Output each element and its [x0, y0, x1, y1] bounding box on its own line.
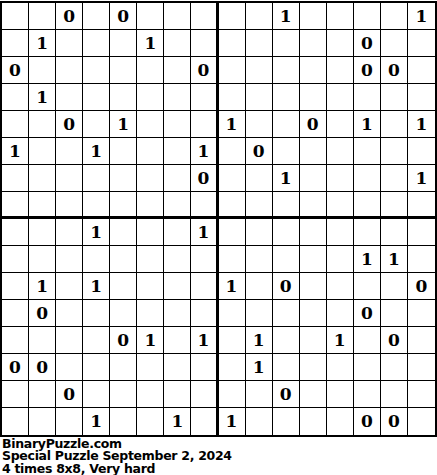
cell-r13c15: 0	[381, 327, 408, 354]
cell-r1c8[interactable]	[191, 3, 218, 30]
cell-r13c9[interactable]	[219, 327, 246, 354]
cell-r12c8[interactable]	[191, 300, 218, 327]
cell-r10c10[interactable]	[246, 246, 273, 273]
cell-r7c5[interactable]	[110, 165, 137, 192]
cell-r14c5[interactable]	[110, 354, 137, 381]
cell-r16c11[interactable]	[273, 408, 300, 435]
cell-r4c9[interactable]	[219, 84, 246, 111]
cell-r15c11: 0	[273, 381, 300, 408]
cell-r4c4[interactable]	[83, 84, 110, 111]
cell-r15c8[interactable]	[191, 381, 218, 408]
cell-r10c7[interactable]	[164, 246, 191, 273]
cell-r9c2[interactable]	[29, 219, 56, 246]
cell-r9c13[interactable]	[327, 219, 354, 246]
cell-r12c6[interactable]	[137, 300, 164, 327]
cell-r3c9[interactable]	[219, 57, 246, 84]
cell-r12c9[interactable]	[219, 300, 246, 327]
cell-r11c9: 1	[219, 273, 246, 300]
cell-r5c15[interactable]	[381, 111, 408, 138]
cell-r13c13: 1	[327, 327, 354, 354]
cell-r16c15: 0	[381, 408, 408, 435]
cell-r2c7[interactable]	[164, 30, 191, 57]
cell-r7c7[interactable]	[164, 165, 191, 192]
cell-r13c16[interactable]	[408, 327, 435, 354]
cell-r14c12[interactable]	[300, 354, 327, 381]
cell-r12c16[interactable]	[408, 300, 435, 327]
cell-r5c4[interactable]	[83, 111, 110, 138]
cell-r6c8: 1	[191, 138, 218, 165]
cell-r16c3[interactable]	[56, 408, 83, 435]
cell-r5c7[interactable]	[164, 111, 191, 138]
cell-r1c5: 0	[110, 3, 137, 30]
cell-r4c8[interactable]	[191, 84, 218, 111]
cell-r1c3: 0	[56, 3, 83, 30]
cell-r6c15[interactable]	[381, 138, 408, 165]
cell-r5c1[interactable]	[2, 111, 29, 138]
cell-r15c6[interactable]	[137, 381, 164, 408]
cell-r15c5[interactable]	[110, 381, 137, 408]
cell-r15c14[interactable]	[354, 381, 381, 408]
cell-r1c7[interactable]	[164, 3, 191, 30]
cell-r7c6[interactable]	[137, 165, 164, 192]
cell-r8c7[interactable]	[164, 192, 191, 219]
cell-r15c15[interactable]	[381, 381, 408, 408]
cell-r13c6: 1	[137, 327, 164, 354]
cell-r6c11[interactable]	[273, 138, 300, 165]
cell-r11c12[interactable]	[300, 273, 327, 300]
cell-r14c1: 0	[2, 354, 29, 381]
cell-r8c1[interactable]	[2, 192, 29, 219]
cell-r7c14[interactable]	[354, 165, 381, 192]
cell-r9c11[interactable]	[273, 219, 300, 246]
cell-r8c9[interactable]	[219, 192, 246, 219]
cell-r2c1[interactable]	[2, 30, 29, 57]
cell-r11c6[interactable]	[137, 273, 164, 300]
cell-r3c5[interactable]	[110, 57, 137, 84]
cell-r5c5: 1	[110, 111, 137, 138]
cell-r9c9[interactable]	[219, 219, 246, 246]
cell-r8c11[interactable]	[273, 192, 300, 219]
cell-r10c2[interactable]	[29, 246, 56, 273]
cell-r7c9[interactable]	[219, 165, 246, 192]
cell-r5c14: 1	[354, 111, 381, 138]
cell-r16c2[interactable]	[29, 408, 56, 435]
cell-r7c2[interactable]	[29, 165, 56, 192]
cell-r7c11: 1	[273, 165, 300, 192]
cell-r15c1[interactable]	[2, 381, 29, 408]
binary-puzzle-board: 0011110000010110111110011111111100000111…	[0, 1, 437, 437]
cell-r13c7[interactable]	[164, 327, 191, 354]
cell-r16c7: 1	[164, 408, 191, 435]
cell-r3c2[interactable]	[29, 57, 56, 84]
cell-r2c4[interactable]	[83, 30, 110, 57]
cell-r14c3[interactable]	[56, 354, 83, 381]
cell-r6c3[interactable]	[56, 138, 83, 165]
cell-r2c16[interactable]	[408, 30, 435, 57]
cell-r8c3[interactable]	[56, 192, 83, 219]
cell-r1c14[interactable]	[354, 3, 381, 30]
cell-r11c11: 0	[273, 273, 300, 300]
cell-r15c2[interactable]	[29, 381, 56, 408]
cell-r12c3[interactable]	[56, 300, 83, 327]
cell-r1c9[interactable]	[219, 3, 246, 30]
cell-r7c13[interactable]	[327, 165, 354, 192]
cell-r11c13[interactable]	[327, 273, 354, 300]
cell-r10c9[interactable]	[219, 246, 246, 273]
cell-r4c2: 1	[29, 84, 56, 111]
cell-r6c10: 0	[246, 138, 273, 165]
cell-r15c3: 0	[56, 381, 83, 408]
cell-r7c1[interactable]	[2, 165, 29, 192]
cell-r5c6[interactable]	[137, 111, 164, 138]
cell-r10c12[interactable]	[300, 246, 327, 273]
cell-r8c10[interactable]	[246, 192, 273, 219]
cell-r15c16[interactable]	[408, 381, 435, 408]
cell-r11c4: 1	[83, 273, 110, 300]
cell-r4c13[interactable]	[327, 84, 354, 111]
cell-r12c1[interactable]	[2, 300, 29, 327]
cell-r8c15[interactable]	[381, 192, 408, 219]
cell-r15c7[interactable]	[164, 381, 191, 408]
cell-r7c16: 1	[408, 165, 435, 192]
cell-r15c10[interactable]	[246, 381, 273, 408]
cell-r5c8[interactable]	[191, 111, 218, 138]
cell-r10c4[interactable]	[83, 246, 110, 273]
cell-r6c2[interactable]	[29, 138, 56, 165]
cell-r14c2: 0	[29, 354, 56, 381]
cell-r12c12[interactable]	[300, 300, 327, 327]
cell-r9c12[interactable]	[300, 219, 327, 246]
cell-r10c13[interactable]	[327, 246, 354, 273]
cell-r5c16: 1	[408, 111, 435, 138]
cell-r4c6[interactable]	[137, 84, 164, 111]
cell-r12c15[interactable]	[381, 300, 408, 327]
cell-r15c4[interactable]	[83, 381, 110, 408]
cell-r2c13[interactable]	[327, 30, 354, 57]
cell-r4c5[interactable]	[110, 84, 137, 111]
cell-r8c8[interactable]	[191, 192, 218, 219]
cell-r10c1[interactable]	[2, 246, 29, 273]
cell-r7c4[interactable]	[83, 165, 110, 192]
cell-r12c5[interactable]	[110, 300, 137, 327]
cell-r8c5[interactable]	[110, 192, 137, 219]
cell-r6c1: 1	[2, 138, 29, 165]
cell-r6c13[interactable]	[327, 138, 354, 165]
cell-r1c2[interactable]	[29, 3, 56, 30]
cell-r16c12[interactable]	[300, 408, 327, 435]
cell-r1c13[interactable]	[327, 3, 354, 30]
cell-r10c5[interactable]	[110, 246, 137, 273]
cell-r16c13[interactable]	[327, 408, 354, 435]
cell-r12c7[interactable]	[164, 300, 191, 327]
cell-r7c3[interactable]	[56, 165, 83, 192]
cell-r11c2: 1	[29, 273, 56, 300]
cell-r4c3[interactable]	[56, 84, 83, 111]
cell-r10c11[interactable]	[273, 246, 300, 273]
cell-r9c4: 1	[83, 219, 110, 246]
cell-r12c10[interactable]	[246, 300, 273, 327]
cell-r5c12: 0	[300, 111, 327, 138]
cell-r9c16[interactable]	[408, 219, 435, 246]
cell-r4c14[interactable]	[354, 84, 381, 111]
cell-r9c14[interactable]	[354, 219, 381, 246]
cell-r3c12[interactable]	[300, 57, 327, 84]
cell-r4c16[interactable]	[408, 84, 435, 111]
cell-r14c13[interactable]	[327, 354, 354, 381]
cell-r10c8[interactable]	[191, 246, 218, 273]
cell-r10c16[interactable]	[408, 246, 435, 273]
cell-r1c1[interactable]	[2, 3, 29, 30]
cell-r9c3[interactable]	[56, 219, 83, 246]
cell-r3c14: 0	[354, 57, 381, 84]
cell-r4c11[interactable]	[273, 84, 300, 111]
cell-r12c13[interactable]	[327, 300, 354, 327]
cell-r3c1: 0	[2, 57, 29, 84]
cell-r12c11[interactable]	[273, 300, 300, 327]
cell-r7c10[interactable]	[246, 165, 273, 192]
cell-r11c14[interactable]	[354, 273, 381, 300]
cell-r7c8: 0	[191, 165, 218, 192]
cell-r12c14: 0	[354, 300, 381, 327]
cell-r2c14: 0	[354, 30, 381, 57]
cell-r1c4[interactable]	[83, 3, 110, 30]
cell-r7c15[interactable]	[381, 165, 408, 192]
cell-r13c11[interactable]	[273, 327, 300, 354]
cell-r13c10: 1	[246, 327, 273, 354]
puzzle-spec: 4 times 8x8, Very hard	[2, 463, 232, 475]
cell-r2c12[interactable]	[300, 30, 327, 57]
cell-r2c11[interactable]	[273, 30, 300, 57]
cell-r2c3[interactable]	[56, 30, 83, 57]
cell-r3c3[interactable]	[56, 57, 83, 84]
cell-r16c6[interactable]	[137, 408, 164, 435]
cell-r1c10[interactable]	[246, 3, 273, 30]
cell-r1c15[interactable]	[381, 3, 408, 30]
cell-r4c7[interactable]	[164, 84, 191, 111]
cell-r3c11[interactable]	[273, 57, 300, 84]
cell-r14c11[interactable]	[273, 354, 300, 381]
cell-r3c8: 0	[191, 57, 218, 84]
cell-r10c15: 1	[381, 246, 408, 273]
cell-r16c5[interactable]	[110, 408, 137, 435]
cell-r2c5[interactable]	[110, 30, 137, 57]
cell-r1c12[interactable]	[300, 3, 327, 30]
cell-r9c5[interactable]	[110, 219, 137, 246]
cell-r9c15[interactable]	[381, 219, 408, 246]
cell-r12c4[interactable]	[83, 300, 110, 327]
cell-r6c4: 1	[83, 138, 110, 165]
cell-r8c13[interactable]	[327, 192, 354, 219]
cell-r14c4[interactable]	[83, 354, 110, 381]
cell-r14c8[interactable]	[191, 354, 218, 381]
cell-r14c16[interactable]	[408, 354, 435, 381]
cell-r6c9[interactable]	[219, 138, 246, 165]
cell-r5c13[interactable]	[327, 111, 354, 138]
cell-r5c2[interactable]	[29, 111, 56, 138]
cell-r1c16: 1	[408, 3, 435, 30]
cell-r16c16[interactable]	[408, 408, 435, 435]
cell-r2c2: 1	[29, 30, 56, 57]
cell-r13c3[interactable]	[56, 327, 83, 354]
cell-r8c12[interactable]	[300, 192, 327, 219]
cell-r2c6: 1	[137, 30, 164, 57]
cell-r7c12[interactable]	[300, 165, 327, 192]
cell-r9c7[interactable]	[164, 219, 191, 246]
cell-r2c8[interactable]	[191, 30, 218, 57]
cell-r5c9: 1	[219, 111, 246, 138]
cell-r9c1[interactable]	[2, 219, 29, 246]
cell-r8c14[interactable]	[354, 192, 381, 219]
cell-r11c7[interactable]	[164, 273, 191, 300]
cell-r5c3: 0	[56, 111, 83, 138]
cell-r3c13[interactable]	[327, 57, 354, 84]
cell-r2c10[interactable]	[246, 30, 273, 57]
cell-r3c10[interactable]	[246, 57, 273, 84]
cell-r13c1[interactable]	[2, 327, 29, 354]
cell-r11c1[interactable]	[2, 273, 29, 300]
cell-r15c13[interactable]	[327, 381, 354, 408]
cell-r1c11: 1	[273, 3, 300, 30]
cell-r4c1[interactable]	[2, 84, 29, 111]
cell-r11c16: 0	[408, 273, 435, 300]
cell-r3c7[interactable]	[164, 57, 191, 84]
cell-r6c5[interactable]	[110, 138, 137, 165]
cell-r8c4[interactable]	[83, 192, 110, 219]
cell-r14c14[interactable]	[354, 354, 381, 381]
cell-r13c14[interactable]	[354, 327, 381, 354]
cell-r10c6[interactable]	[137, 246, 164, 273]
cell-r13c8: 1	[191, 327, 218, 354]
cell-r6c14[interactable]	[354, 138, 381, 165]
cell-r16c9: 1	[219, 408, 246, 435]
cell-r9c6[interactable]	[137, 219, 164, 246]
footer-caption: BinaryPuzzle.com Special Puzzle Septembe…	[2, 438, 232, 475]
cell-r13c4[interactable]	[83, 327, 110, 354]
cell-r10c3[interactable]	[56, 246, 83, 273]
cell-r2c15[interactable]	[381, 30, 408, 57]
cell-r4c15[interactable]	[381, 84, 408, 111]
cell-r15c9[interactable]	[219, 381, 246, 408]
cell-r4c12[interactable]	[300, 84, 327, 111]
cell-r8c6[interactable]	[137, 192, 164, 219]
cell-r14c10: 1	[246, 354, 273, 381]
cell-r16c10[interactable]	[246, 408, 273, 435]
cell-r9c10[interactable]	[246, 219, 273, 246]
cell-r13c12[interactable]	[300, 327, 327, 354]
cell-r16c8[interactable]	[191, 408, 218, 435]
cell-r15c12[interactable]	[300, 381, 327, 408]
cell-r16c4: 1	[83, 408, 110, 435]
cell-r3c6[interactable]	[137, 57, 164, 84]
cell-r8c16[interactable]	[408, 192, 435, 219]
cell-r13c5: 0	[110, 327, 137, 354]
cell-r12c2: 0	[29, 300, 56, 327]
cell-r9c8: 1	[191, 219, 218, 246]
cell-r5c10[interactable]	[246, 111, 273, 138]
cell-r1c6[interactable]	[137, 3, 164, 30]
cell-r16c14: 0	[354, 408, 381, 435]
cell-r14c6[interactable]	[137, 354, 164, 381]
cell-r3c16[interactable]	[408, 57, 435, 84]
cell-r4c10[interactable]	[246, 84, 273, 111]
cell-r8c2[interactable]	[29, 192, 56, 219]
cell-r11c3[interactable]	[56, 273, 83, 300]
cell-r6c16[interactable]	[408, 138, 435, 165]
cell-r3c4[interactable]	[83, 57, 110, 84]
cell-r11c8[interactable]	[191, 273, 218, 300]
cell-r6c12[interactable]	[300, 138, 327, 165]
cell-r11c15[interactable]	[381, 273, 408, 300]
cell-r14c9[interactable]	[219, 354, 246, 381]
cell-r11c5[interactable]	[110, 273, 137, 300]
cell-r14c15[interactable]	[381, 354, 408, 381]
cell-r14c7[interactable]	[164, 354, 191, 381]
cell-r11c10[interactable]	[246, 273, 273, 300]
cell-r16c1[interactable]	[2, 408, 29, 435]
cell-r13c2[interactable]	[29, 327, 56, 354]
cell-r6c7[interactable]	[164, 138, 191, 165]
cell-r6c6[interactable]	[137, 138, 164, 165]
cell-r10c14: 1	[354, 246, 381, 273]
cell-r3c15: 0	[381, 57, 408, 84]
cell-r2c9[interactable]	[219, 30, 246, 57]
cell-r5c11[interactable]	[273, 111, 300, 138]
